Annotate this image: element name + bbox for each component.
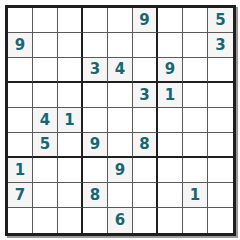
cell-r3c7[interactable]: 9 [158,58,183,83]
cell-r4c5[interactable] [108,83,133,108]
cell-r1c2[interactable] [33,8,58,33]
cell-r6c7[interactable] [158,133,183,158]
cell-r6c6[interactable]: 8 [133,133,158,158]
cell-r2c9[interactable]: 3 [208,33,233,58]
cell-r3c6[interactable] [133,58,158,83]
cell-r8c7[interactable] [158,183,183,208]
cell-r7c1[interactable]: 1 [8,158,33,183]
cell-r4c6[interactable]: 3 [133,83,158,108]
cell-r8c6[interactable] [133,183,158,208]
cell-r7c6[interactable] [133,158,158,183]
cell-r9c4[interactable] [83,208,108,233]
cell-r5c6[interactable] [133,108,158,133]
cell-r5c3[interactable]: 1 [58,108,83,133]
cell-r8c1[interactable]: 7 [8,183,33,208]
cell-r1c5[interactable] [108,8,133,33]
cell-r6c3[interactable] [58,133,83,158]
cell-r8c9[interactable] [208,183,233,208]
cell-r3c1[interactable] [8,58,33,83]
cell-r2c5[interactable] [108,33,133,58]
cell-r4c1[interactable] [8,83,33,108]
cell-r9c8[interactable] [183,208,208,233]
cell-r5c8[interactable] [183,108,208,133]
cell-r5c2[interactable]: 4 [33,108,58,133]
cell-r5c4[interactable] [83,108,108,133]
cell-r1c4[interactable] [83,8,108,33]
cell-r7c3[interactable] [58,158,83,183]
cell-r9c1[interactable] [8,208,33,233]
cell-r8c2[interactable] [33,183,58,208]
cell-r8c4[interactable]: 8 [83,183,108,208]
cell-r4c8[interactable] [183,83,208,108]
cell-r4c3[interactable] [58,83,83,108]
cell-r6c8[interactable] [183,133,208,158]
cell-r8c5[interactable] [108,183,133,208]
cell-r6c2[interactable]: 5 [33,133,58,158]
cell-r6c4[interactable]: 9 [83,133,108,158]
cell-r1c6[interactable]: 9 [133,8,158,33]
cell-r1c7[interactable] [158,8,183,33]
cell-r1c1[interactable] [8,8,33,33]
sudoku-board: 95933493141598197816 [5,5,236,236]
cell-r2c7[interactable] [158,33,183,58]
cell-r6c1[interactable] [8,133,33,158]
cell-r4c9[interactable] [208,83,233,108]
sudoku-board-wrap: 95933493141598197816 [5,5,236,236]
cell-r7c5[interactable]: 9 [108,158,133,183]
cell-r3c3[interactable] [58,58,83,83]
cell-r9c9[interactable] [208,208,233,233]
cell-r1c3[interactable] [58,8,83,33]
cell-r3c4[interactable]: 3 [83,58,108,83]
cell-r1c9[interactable]: 5 [208,8,233,33]
cell-r8c3[interactable] [58,183,83,208]
cell-r9c6[interactable] [133,208,158,233]
cell-r9c7[interactable] [158,208,183,233]
cell-r5c9[interactable] [208,108,233,133]
cell-r2c4[interactable] [83,33,108,58]
cell-r5c5[interactable] [108,108,133,133]
cell-r7c4[interactable] [83,158,108,183]
cell-r4c2[interactable] [33,83,58,108]
cell-r2c8[interactable] [183,33,208,58]
cell-r9c2[interactable] [33,208,58,233]
cell-r7c9[interactable] [208,158,233,183]
cell-r6c9[interactable] [208,133,233,158]
cell-r5c1[interactable] [8,108,33,133]
cell-r2c3[interactable] [58,33,83,58]
cell-r3c9[interactable] [208,58,233,83]
cell-r3c8[interactable] [183,58,208,83]
cell-r3c5[interactable]: 4 [108,58,133,83]
cell-r4c7[interactable]: 1 [158,83,183,108]
cell-r9c3[interactable] [58,208,83,233]
cell-r8c8[interactable]: 1 [183,183,208,208]
cell-r7c8[interactable] [183,158,208,183]
cell-r4c4[interactable] [83,83,108,108]
cell-r3c2[interactable] [33,58,58,83]
cell-r2c1[interactable]: 9 [8,33,33,58]
cell-r2c2[interactable] [33,33,58,58]
cell-r5c7[interactable] [158,108,183,133]
cell-r6c5[interactable] [108,133,133,158]
cell-r9c5[interactable]: 6 [108,208,133,233]
cell-r1c8[interactable] [183,8,208,33]
cell-r2c6[interactable] [133,33,158,58]
cell-r7c2[interactable] [33,158,58,183]
cell-r7c7[interactable] [158,158,183,183]
